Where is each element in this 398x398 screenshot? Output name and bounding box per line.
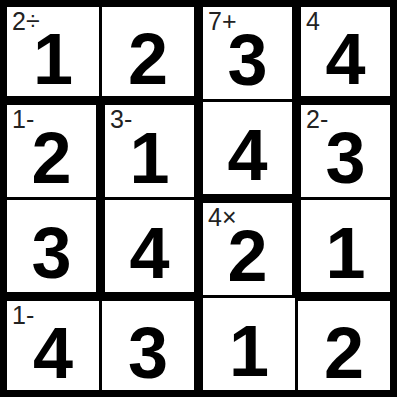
cell-value: 4 [227,105,267,191]
cell-value: 1 [129,108,169,194]
cage-clue: 1- [12,105,34,134]
grid-cell-r2c3[interactable]: 1 [298,200,393,295]
cell-value: 4 [129,203,169,289]
grid-cell-r1c1[interactable]: 3-1 [102,102,197,197]
cage-clue: 7+ [208,7,237,36]
cell-value: 1 [325,203,365,289]
grid-cell-r3c2[interactable]: 1 [200,298,295,393]
cage-clue: 4 [306,7,320,36]
grid-cell-r0c0[interactable]: 2÷1 [4,4,99,99]
grid-cell-r1c2[interactable]: 4 [200,102,295,197]
grid-cell-r1c0[interactable]: 1-2 [4,102,99,197]
grid-cell-r0c3[interactable]: 44 [298,4,393,99]
grid-cell-r3c3[interactable]: 2 [298,298,393,393]
cell-value: 2 [324,303,364,389]
cell-value: 4 [325,9,365,95]
grid-cell-r3c0[interactable]: 1-4 [4,298,99,393]
grid-cell-r2c0[interactable]: 3 [4,200,99,295]
grid-cell-r1c3[interactable]: 2-3 [298,102,393,197]
kenken-board: 2÷127+3441-23-142-3344×211-4312 [0,0,397,397]
cell-value: 4 [33,303,73,389]
cell-value: 3 [31,203,71,289]
cage-clue: 2- [306,105,328,134]
cell-value: 2 [31,108,71,194]
grid-cell-r2c2[interactable]: 4×2 [200,200,295,295]
cage-clue: 2÷ [12,7,40,36]
grid-cell-r3c1[interactable]: 3 [102,298,197,393]
cell-value: 3 [128,303,168,389]
grid-cell-r2c1[interactable]: 4 [102,200,197,295]
cage-clue: 4× [208,203,237,232]
cell-value: 1 [229,301,269,387]
cell-value: 3 [325,108,365,194]
cage-clue: 3- [110,105,132,134]
cell-value: 2 [128,9,168,95]
cage-clue: 1- [12,301,34,330]
grid-cell-r0c2[interactable]: 7+3 [200,4,295,99]
grid-cell-r0c1[interactable]: 2 [102,4,197,99]
